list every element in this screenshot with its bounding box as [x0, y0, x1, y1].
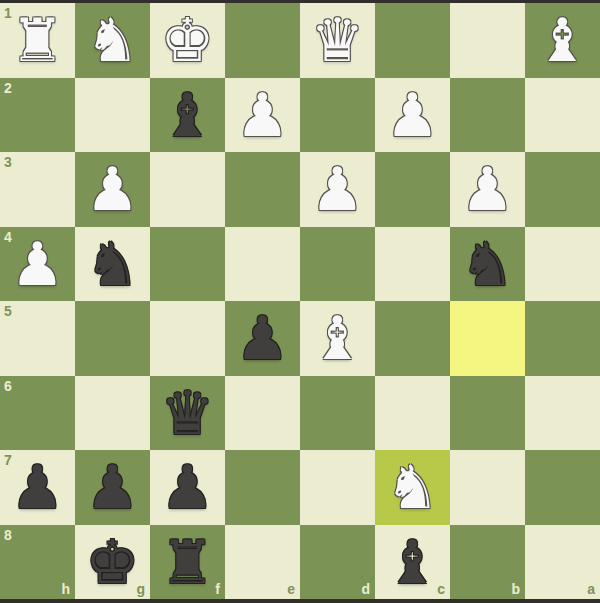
white-knight[interactable]: ♞	[86, 3, 140, 77]
black-king[interactable]: ♚	[86, 525, 140, 599]
square-h2[interactable]: 2	[0, 78, 75, 153]
square-e6[interactable]	[225, 376, 300, 451]
square-a8[interactable]: a	[525, 525, 600, 600]
rank-label-2: 2	[4, 81, 12, 95]
rank-label-8: 8	[4, 528, 12, 542]
square-g1[interactable]: ♞	[75, 3, 150, 78]
file-label-a: a	[587, 582, 595, 596]
square-b5[interactable]	[450, 301, 525, 376]
white-queen[interactable]: ♛	[311, 3, 365, 77]
rank-label-5: 5	[4, 304, 12, 318]
black-bishop[interactable]: ♝	[161, 78, 215, 152]
square-c3[interactable]	[375, 152, 450, 227]
square-f8[interactable]: f♜	[150, 525, 225, 600]
square-d5[interactable]: ♝	[300, 301, 375, 376]
rank-label-7: 7	[4, 453, 12, 467]
black-pawn[interactable]: ♟	[236, 301, 290, 375]
square-f1[interactable]: ♚	[150, 3, 225, 78]
black-knight[interactable]: ♞	[461, 227, 515, 301]
square-a5[interactable]	[525, 301, 600, 376]
file-label-f: f	[215, 582, 220, 596]
square-a7[interactable]	[525, 450, 600, 525]
white-rook[interactable]: ♜	[11, 3, 65, 77]
square-c8[interactable]: c♝	[375, 525, 450, 600]
square-h3[interactable]: 3	[0, 152, 75, 227]
square-a3[interactable]	[525, 152, 600, 227]
square-g2[interactable]	[75, 78, 150, 153]
square-g4[interactable]: ♞	[75, 227, 150, 302]
file-label-d: d	[361, 582, 370, 596]
black-pawn[interactable]: ♟	[11, 450, 65, 524]
square-e7[interactable]	[225, 450, 300, 525]
square-d1[interactable]: ♛	[300, 3, 375, 78]
square-e4[interactable]	[225, 227, 300, 302]
black-pawn[interactable]: ♟	[86, 450, 140, 524]
file-label-c: c	[437, 582, 445, 596]
white-bishop[interactable]: ♝	[311, 301, 365, 375]
white-pawn[interactable]: ♟	[311, 152, 365, 226]
file-label-e: e	[287, 582, 295, 596]
chessboard-frame: 1♜♞♚♛♝2♝♟♟3♟♟♟4♟♞♞5♟♝6♛7♟♟♟♞8hg♚f♜edc♝ba	[0, 0, 600, 603]
square-h5[interactable]: 5	[0, 301, 75, 376]
square-e3[interactable]	[225, 152, 300, 227]
black-queen[interactable]: ♛	[161, 376, 215, 450]
file-label-g: g	[136, 582, 145, 596]
square-f5[interactable]	[150, 301, 225, 376]
square-c1[interactable]	[375, 3, 450, 78]
white-pawn[interactable]: ♟	[236, 78, 290, 152]
square-e2[interactable]: ♟	[225, 78, 300, 153]
square-f3[interactable]	[150, 152, 225, 227]
rank-label-6: 6	[4, 379, 12, 393]
square-c4[interactable]	[375, 227, 450, 302]
square-d3[interactable]: ♟	[300, 152, 375, 227]
square-f6[interactable]: ♛	[150, 376, 225, 451]
black-knight[interactable]: ♞	[86, 227, 140, 301]
square-a2[interactable]	[525, 78, 600, 153]
square-c2[interactable]: ♟	[375, 78, 450, 153]
square-h7[interactable]: 7♟	[0, 450, 75, 525]
square-g3[interactable]: ♟	[75, 152, 150, 227]
square-d2[interactable]	[300, 78, 375, 153]
square-g5[interactable]	[75, 301, 150, 376]
white-pawn[interactable]: ♟	[386, 78, 440, 152]
square-a1[interactable]: ♝	[525, 3, 600, 78]
square-e5[interactable]: ♟	[225, 301, 300, 376]
white-pawn[interactable]: ♟	[86, 152, 140, 226]
rank-label-3: 3	[4, 155, 12, 169]
white-knight[interactable]: ♞	[386, 450, 440, 524]
white-pawn[interactable]: ♟	[11, 227, 65, 301]
square-h6[interactable]: 6	[0, 376, 75, 451]
file-label-b: b	[511, 582, 520, 596]
square-b3[interactable]: ♟	[450, 152, 525, 227]
square-b2[interactable]	[450, 78, 525, 153]
square-e8[interactable]: e	[225, 525, 300, 600]
rank-label-4: 4	[4, 230, 12, 244]
square-e1[interactable]	[225, 3, 300, 78]
rank-label-1: 1	[4, 6, 12, 20]
square-d4[interactable]	[300, 227, 375, 302]
white-king[interactable]: ♚	[161, 3, 215, 77]
square-c5[interactable]	[375, 301, 450, 376]
square-b4[interactable]: ♞	[450, 227, 525, 302]
black-rook[interactable]: ♜	[161, 525, 215, 599]
square-g7[interactable]: ♟	[75, 450, 150, 525]
white-pawn[interactable]: ♟	[461, 152, 515, 226]
square-h1[interactable]: 1♜	[0, 3, 75, 78]
square-b1[interactable]	[450, 3, 525, 78]
square-d6[interactable]	[300, 376, 375, 451]
square-g6[interactable]	[75, 376, 150, 451]
file-label-h: h	[61, 582, 70, 596]
square-h4[interactable]: 4♟	[0, 227, 75, 302]
white-bishop[interactable]: ♝	[536, 3, 590, 77]
square-a4[interactable]	[525, 227, 600, 302]
black-bishop[interactable]: ♝	[386, 525, 440, 599]
square-f2[interactable]: ♝	[150, 78, 225, 153]
black-pawn[interactable]: ♟	[161, 450, 215, 524]
square-c6[interactable]	[375, 376, 450, 451]
chess-board: 1♜♞♚♛♝2♝♟♟3♟♟♟4♟♞♞5♟♝6♛7♟♟♟♞8hg♚f♜edc♝ba	[0, 3, 600, 599]
bottom-letterbox-bar	[0, 599, 600, 603]
square-a6[interactable]	[525, 376, 600, 451]
square-b7[interactable]	[450, 450, 525, 525]
square-f4[interactable]	[150, 227, 225, 302]
square-b6[interactable]	[450, 376, 525, 451]
square-b8[interactable]: b	[450, 525, 525, 600]
square-f7[interactable]: ♟	[150, 450, 225, 525]
square-d8[interactable]: d	[300, 525, 375, 600]
square-c7[interactable]: ♞	[375, 450, 450, 525]
square-g8[interactable]: g♚	[75, 525, 150, 600]
square-h8[interactable]: 8h	[0, 525, 75, 600]
square-d7[interactable]	[300, 450, 375, 525]
